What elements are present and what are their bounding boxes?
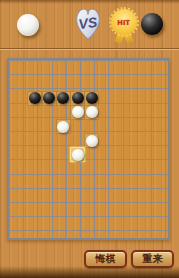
white-stone-glyph — [57, 121, 69, 133]
black-player-stone-icon — [141, 13, 163, 35]
vs-label: VS — [77, 14, 98, 33]
black-stone — [70, 91, 85, 106]
white-stone — [56, 119, 71, 134]
hit-badge-icon: HIT — [110, 8, 138, 46]
plank-seam — [0, 48, 179, 51]
black-stone-glyph — [29, 92, 41, 104]
bottom-shadow-strip — [0, 266, 179, 278]
white-stone-glyph — [72, 106, 84, 118]
white-stone-glyph — [72, 149, 84, 161]
vs-icon: VS — [72, 5, 104, 43]
black-stone-glyph — [72, 92, 84, 104]
black-stone — [84, 91, 99, 106]
hit-badge-label: HIT — [111, 9, 137, 35]
black-stone-glyph — [43, 92, 55, 104]
white-stone — [70, 105, 85, 120]
black-stone — [27, 91, 42, 106]
black-stone — [42, 91, 57, 106]
black-stone-glyph — [86, 92, 98, 104]
white-stone-glyph — [86, 106, 98, 118]
game-board[interactable] — [7, 58, 170, 240]
white-stone-glyph — [86, 135, 98, 147]
gomoku-app: VS HIT 悔棋 重来 — [0, 0, 179, 278]
white-player-stone-icon — [17, 14, 39, 36]
white-stone-last-move — [70, 147, 85, 162]
header: VS HIT — [0, 0, 179, 50]
vs-heart-shape: VS — [72, 5, 104, 43]
black-stone-glyph — [57, 92, 69, 104]
white-stone — [84, 105, 99, 120]
white-stone — [84, 133, 99, 148]
black-stone — [56, 91, 71, 106]
